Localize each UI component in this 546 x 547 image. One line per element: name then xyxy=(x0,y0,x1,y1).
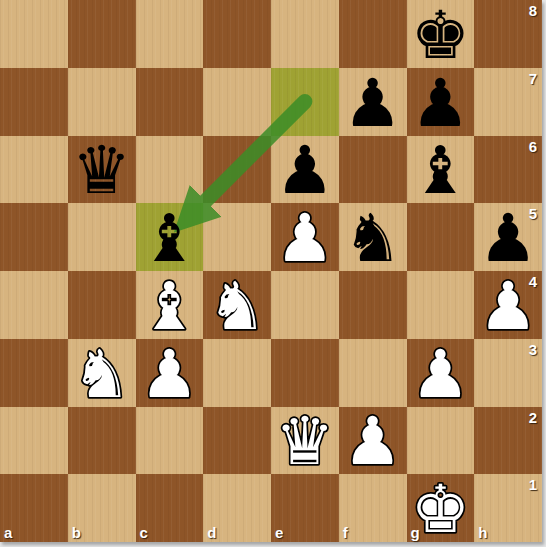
square-c2[interactable] xyxy=(136,407,204,475)
rank-label-7: 7 xyxy=(529,71,537,86)
square-d5[interactable] xyxy=(203,203,271,271)
file-label-a: a xyxy=(4,525,12,540)
square-f1[interactable]: f xyxy=(339,474,407,542)
square-a4[interactable] xyxy=(0,271,68,339)
square-c6[interactable] xyxy=(136,136,204,204)
square-e1[interactable]: e xyxy=(271,474,339,542)
square-g4[interactable] xyxy=(407,271,475,339)
rank-label-5: 5 xyxy=(529,206,537,221)
square-h7[interactable]: 7 xyxy=(474,68,542,136)
square-a5[interactable] xyxy=(0,203,68,271)
square-a3[interactable] xyxy=(0,339,68,407)
square-h3[interactable]: 3 xyxy=(474,339,542,407)
square-b5[interactable] xyxy=(68,203,136,271)
file-label-b: b xyxy=(72,525,81,540)
square-f6[interactable] xyxy=(339,136,407,204)
square-d2[interactable] xyxy=(203,407,271,475)
file-label-g: g xyxy=(411,525,420,540)
square-c7[interactable] xyxy=(136,68,204,136)
square-h1[interactable]: 1h xyxy=(474,474,542,542)
square-b1[interactable]: b xyxy=(68,474,136,542)
square-e3[interactable] xyxy=(271,339,339,407)
square-h6[interactable]: 6 xyxy=(474,136,542,204)
square-a2[interactable] xyxy=(0,407,68,475)
square-g5[interactable] xyxy=(407,203,475,271)
rank-label-4: 4 xyxy=(529,274,537,289)
square-d8[interactable] xyxy=(203,0,271,68)
square-e4[interactable] xyxy=(271,271,339,339)
square-c1[interactable]: c xyxy=(136,474,204,542)
square-f8[interactable] xyxy=(339,0,407,68)
piece-black-pawn-f7[interactable]: ♟ xyxy=(343,65,402,142)
square-c8[interactable] xyxy=(136,0,204,68)
square-b4[interactable] xyxy=(68,271,136,339)
piece-white-pawn-c3[interactable]: ♟ xyxy=(140,336,199,413)
piece-white-pawn-f2[interactable]: ♟ xyxy=(343,403,402,480)
piece-black-king-g8[interactable]: ♚ xyxy=(411,0,470,74)
piece-black-knight-f5[interactable]: ♞ xyxy=(343,200,402,277)
square-d1[interactable]: d xyxy=(203,474,271,542)
piece-white-queen-e2[interactable]: ♛ xyxy=(275,403,334,480)
rank-label-3: 3 xyxy=(529,342,537,357)
piece-black-bishop-g6[interactable]: ♝ xyxy=(411,132,470,209)
square-b7[interactable] xyxy=(68,68,136,136)
square-h8[interactable]: 8 xyxy=(474,0,542,68)
piece-white-bishop-c4[interactable]: ♝ xyxy=(140,268,199,345)
square-a8[interactable] xyxy=(0,0,68,68)
square-d3[interactable] xyxy=(203,339,271,407)
square-e7[interactable] xyxy=(271,68,339,136)
piece-black-pawn-g7[interactable]: ♟ xyxy=(411,65,470,142)
piece-black-queen-b6[interactable]: ♛ xyxy=(72,132,131,209)
chess-app-window: 8765432abcdefg1h ♚♟♟♛♟♝♝♟♞♟♝♞♟♞♟♟♛♟♚ xyxy=(0,0,546,547)
rank-label-8: 8 xyxy=(529,3,537,18)
piece-black-bishop-c5[interactable]: ♝ xyxy=(140,200,199,277)
rank-label-2: 2 xyxy=(529,410,537,425)
piece-white-knight-d4[interactable]: ♞ xyxy=(208,268,267,345)
square-a6[interactable] xyxy=(0,136,68,204)
file-label-e: e xyxy=(275,525,283,540)
rank-label-6: 6 xyxy=(529,139,537,154)
square-f3[interactable] xyxy=(339,339,407,407)
square-d7[interactable] xyxy=(203,68,271,136)
square-g2[interactable] xyxy=(407,407,475,475)
square-b8[interactable] xyxy=(68,0,136,68)
piece-black-pawn-e6[interactable]: ♟ xyxy=(275,132,334,209)
file-label-d: d xyxy=(207,525,216,540)
square-f4[interactable] xyxy=(339,271,407,339)
square-h2[interactable]: 2 xyxy=(474,407,542,475)
rank-label-1: 1 xyxy=(529,477,537,492)
square-a1[interactable]: a xyxy=(0,474,68,542)
square-e8[interactable] xyxy=(271,0,339,68)
piece-white-knight-b3[interactable]: ♞ xyxy=(72,336,131,413)
square-b2[interactable] xyxy=(68,407,136,475)
file-label-c: c xyxy=(140,525,148,540)
file-label-h: h xyxy=(478,525,487,540)
piece-white-pawn-e5[interactable]: ♟ xyxy=(275,200,334,277)
square-a7[interactable] xyxy=(0,68,68,136)
piece-white-pawn-g3[interactable]: ♟ xyxy=(411,336,470,413)
file-label-f: f xyxy=(343,525,348,540)
square-d6[interactable] xyxy=(203,136,271,204)
